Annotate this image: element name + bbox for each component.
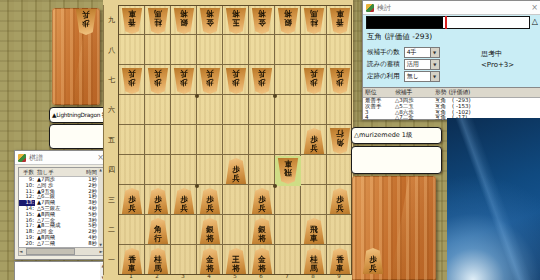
board-square[interactable]: 金将 <box>197 6 223 36</box>
gote-name-plate: △murizemede 1級 <box>351 127 442 144</box>
board-square[interactable] <box>275 216 301 246</box>
app-icon <box>366 4 374 12</box>
evaluation-text: 互角 (評価値 -293) <box>367 32 432 42</box>
file-labels: 123456789 <box>118 272 352 280</box>
evaluation-bar-fill <box>367 17 443 28</box>
file-label: 6 <box>248 272 274 280</box>
shogi-piece[interactable]: 角行 <box>329 128 351 154</box>
shogi-piece[interactable]: 桂馬 <box>303 248 325 274</box>
board-square[interactable]: 歩兵 <box>301 66 327 96</box>
shogi-piece[interactable]: 桂馬 <box>147 8 169 34</box>
board-square[interactable] <box>249 96 275 126</box>
move-text: △7二飛 <box>35 241 81 247</box>
candidate-rank: 4 <box>363 115 395 121</box>
shogi-piece[interactable]: 歩兵 <box>251 68 273 94</box>
evaluation-bar-tick <box>445 16 447 29</box>
col-rank: 順位 <box>363 88 395 97</box>
file-label: 2 <box>144 272 170 280</box>
file-label: 8 <box>300 272 326 280</box>
board-square[interactable]: 歩兵 <box>301 126 327 156</box>
scroll-left-icon[interactable]: ◄ <box>19 249 22 254</box>
shogi-piece[interactable]: 銀将 <box>251 218 273 244</box>
board-square[interactable] <box>119 36 145 66</box>
shogi-piece[interactable]: 金将 <box>251 248 273 274</box>
board-square[interactable] <box>249 156 275 186</box>
dropdown-value: 4手 <box>405 48 430 57</box>
board-square[interactable] <box>197 126 223 156</box>
board-square[interactable] <box>119 96 145 126</box>
rank-label: 八 <box>104 35 119 65</box>
shogi-piece[interactable]: 歩兵 <box>121 188 143 214</box>
board-square[interactable]: 銀将 <box>249 216 275 246</box>
rank-label: 七 <box>104 65 119 95</box>
col-move: 指し手 <box>35 168 81 176</box>
shogi-piece[interactable]: 歩兵 <box>147 68 169 94</box>
board-square[interactable] <box>249 126 275 156</box>
board-square[interactable]: 歩兵 <box>223 156 249 186</box>
board-square[interactable]: 歩兵 <box>145 66 171 96</box>
board-square[interactable] <box>223 216 249 246</box>
file-label: 9 <box>326 272 352 280</box>
board-square[interactable]: 歩兵 <box>249 66 275 96</box>
dropdown-value: 無し <box>405 72 430 81</box>
board-square[interactable] <box>301 186 327 216</box>
board-square[interactable]: 歩兵 <box>119 66 145 96</box>
gote-hand-piece[interactable]: 歩兵 <box>362 248 384 274</box>
board-square[interactable]: 歩兵 <box>223 66 249 96</box>
kifu-comment-box[interactable]: ▲ ▼ <box>14 261 108 280</box>
board-square[interactable] <box>145 156 171 186</box>
screenshot-root: { "game": "shogi", "position": { "sfen":… <box>0 0 540 280</box>
board-square[interactable]: 角行 <box>145 216 171 246</box>
board-square[interactable]: 歩兵 <box>171 186 197 216</box>
shogi-piece[interactable]: 角行 <box>147 218 169 244</box>
shogi-piece[interactable]: 銀将 <box>199 218 221 244</box>
shogi-piece[interactable]: 飛車 <box>277 158 299 184</box>
candidate-move: △7二金 <box>395 115 435 121</box>
shogi-piece[interactable]: 金将 <box>199 248 221 274</box>
board-square[interactable] <box>145 96 171 126</box>
sente-info-box <box>49 124 111 149</box>
shogi-piece[interactable]: 歩兵 <box>173 188 195 214</box>
read-accumulation-dropdown[interactable]: 活用 ▼ <box>404 59 440 70</box>
shogi-piece[interactable]: 歩兵 <box>225 158 247 184</box>
shogi-piece[interactable]: 歩兵 <box>121 68 143 94</box>
board-square[interactable]: 桂馬 <box>145 6 171 36</box>
rank-label: 二 <box>104 215 119 245</box>
board-square[interactable] <box>119 156 145 186</box>
board-square[interactable] <box>301 156 327 186</box>
board-square[interactable]: 玉将 <box>223 6 249 36</box>
shogi-piece[interactable]: 歩兵 <box>329 68 351 94</box>
shogi-piece[interactable]: 香車 <box>329 248 351 274</box>
shogi-piece[interactable]: 金将 <box>199 8 221 34</box>
file-label: 5 <box>222 272 248 280</box>
board-square[interactable] <box>197 156 223 186</box>
board-square[interactable]: 歩兵 <box>327 66 353 96</box>
shogi-piece[interactable]: 歩兵 <box>329 188 351 214</box>
board-square[interactable] <box>301 36 327 66</box>
move-list[interactable]: 手数 指し手 時間 9:▲7四歩1秒10:△同 歩2秒11:▲9五角2秒12:△… <box>18 167 104 248</box>
kifu-window: 棋譜 × 手数 指し手 時間 9:▲7四歩1秒10:△同 歩2秒11:▲9五角2… <box>14 150 108 260</box>
shogi-piece[interactable]: 銀将 <box>173 8 195 34</box>
shogi-piece[interactable]: 歩兵 <box>251 188 273 214</box>
move-number: 20: <box>19 241 35 247</box>
board-square[interactable]: 歩兵 <box>197 186 223 216</box>
sente-hand-piece[interactable]: 歩兵 <box>75 9 97 35</box>
board-square[interactable] <box>171 156 197 186</box>
board-square[interactable] <box>119 126 145 156</box>
hscroll-thumb[interactable] <box>26 248 74 255</box>
board-square[interactable] <box>197 36 223 66</box>
board-square[interactable]: 歩兵 <box>197 66 223 96</box>
board-square[interactable] <box>275 66 301 96</box>
board-square[interactable] <box>171 216 197 246</box>
board-square[interactable] <box>171 96 197 126</box>
app-icon <box>18 154 26 162</box>
candidate-moves-list[interactable]: 順位 候補手 形勢 (評価値) 最善手△3四歩互角( -293)次善手△5二玉互… <box>363 87 540 119</box>
setting-label-joseki: 定跡の利用 <box>367 72 400 81</box>
shogi-piece[interactable]: 王将 <box>225 248 247 274</box>
engine-level: <Pro+3> <box>481 61 514 69</box>
board-square[interactable]: 飛車 <box>275 156 301 186</box>
board-square[interactable] <box>327 96 353 126</box>
gote-hand-tray: 歩兵 <box>352 176 436 280</box>
close-icon[interactable]: × <box>531 4 538 12</box>
joseki-use-dropdown[interactable]: 無し ▼ <box>404 71 440 82</box>
board-square[interactable] <box>223 36 249 66</box>
shogi-piece[interactable]: 香車 <box>329 8 351 34</box>
shogi-piece[interactable]: 香車 <box>121 8 143 34</box>
chevron-down-icon[interactable]: ▼ <box>430 72 439 81</box>
shogi-piece[interactable]: 歩兵 <box>199 68 221 94</box>
board-square[interactable]: 金将 <box>249 6 275 36</box>
board-square[interactable]: 歩兵 <box>119 186 145 216</box>
board-square[interactable] <box>327 36 353 66</box>
board-square[interactable] <box>197 96 223 126</box>
board-square[interactable]: 香車 <box>119 6 145 36</box>
shogi-board-area: 九八七六五四三二一 香車桂馬銀将金将玉将金将銀将桂馬香車歩兵歩兵歩兵歩兵歩兵歩兵… <box>103 0 353 280</box>
setting-label-memory: 読みの蓄積 <box>367 60 400 69</box>
thinking-status: 思考中 <box>481 49 502 59</box>
sente-name-plate: ▲LightningDragon 初段 <box>49 107 111 123</box>
move-list-hscrollbar[interactable]: ◄ ► <box>18 247 104 256</box>
shogi-piece[interactable]: 飛車 <box>303 218 325 244</box>
board-square[interactable]: 飛車 <box>301 216 327 246</box>
shogi-piece[interactable]: 歩兵 <box>173 68 195 94</box>
file-label: 3 <box>170 272 196 280</box>
shogi-board[interactable]: 香車桂馬銀将金将玉将金将銀将桂馬香車歩兵歩兵歩兵歩兵歩兵歩兵歩兵歩兵歩兵角行歩兵… <box>118 5 352 275</box>
board-square[interactable] <box>275 96 301 126</box>
rank-label: 九 <box>104 5 119 35</box>
shogi-piece[interactable]: 歩兵 <box>303 128 325 154</box>
kifu-window-title: 棋譜 <box>29 153 94 163</box>
file-label: 1 <box>118 272 144 280</box>
kifu-titlebar[interactable]: 棋譜 × <box>15 151 107 165</box>
col-movenum: 手数 <box>19 168 35 176</box>
windows-desktop-wallpaper[interactable] <box>447 118 540 280</box>
shogi-piece[interactable]: 歩兵 <box>147 188 169 214</box>
move-list-row[interactable]: 20:△7二飛8秒 <box>19 241 103 247</box>
col-candidate: 候補手 <box>395 88 435 97</box>
rank-label: 六 <box>104 95 119 125</box>
shogi-piece[interactable]: 玉将 <box>225 8 247 34</box>
shogi-piece[interactable]: 歩兵 <box>199 188 221 214</box>
col-eval: 形勢 (評価値) <box>435 88 540 97</box>
shogi-piece[interactable]: 銀将 <box>277 8 299 34</box>
shogi-piece[interactable]: 歩兵 <box>225 68 247 94</box>
board-square[interactable] <box>275 36 301 66</box>
board-square[interactable] <box>223 126 249 156</box>
board-square[interactable] <box>275 126 301 156</box>
analysis-window: 検討 × △ 互角 (評価値 -293) 候補手の数 4手 ▼ 思考中 読みの蓄… <box>362 0 540 120</box>
rank-labels: 九八七六五四三二一 <box>103 5 119 275</box>
board-square[interactable]: 銀将 <box>171 6 197 36</box>
scroll-up-icon[interactable]: ▲ <box>99 168 102 172</box>
analysis-window-title: 検討 <box>377 3 528 13</box>
sente-hand-tray: 歩兵 <box>52 8 100 105</box>
shogi-piece[interactable]: 金将 <box>251 8 273 34</box>
board-square[interactable]: 銀将 <box>275 6 301 36</box>
gote-info-box <box>351 146 442 174</box>
gote-marker: △ <box>532 17 538 27</box>
shogi-piece[interactable]: 香車 <box>121 248 143 274</box>
chevron-down-icon[interactable]: ▼ <box>430 48 439 57</box>
board-square[interactable] <box>327 216 353 246</box>
board-square[interactable]: 角行 <box>327 126 353 156</box>
rank-label: 五 <box>104 125 119 155</box>
board-square[interactable] <box>301 96 327 126</box>
gote-name-text: △murizemede 1級 <box>354 131 413 140</box>
board-square[interactable] <box>119 216 145 246</box>
board-square[interactable] <box>249 36 275 66</box>
board-square[interactable] <box>171 126 197 156</box>
evaluation-bar <box>366 16 530 29</box>
rank-label: 三 <box>104 185 119 215</box>
shogi-piece[interactable]: 桂馬 <box>147 248 169 274</box>
board-square[interactable] <box>275 186 301 216</box>
file-label: 7 <box>274 272 300 280</box>
board-square[interactable] <box>327 156 353 186</box>
board-square[interactable] <box>223 186 249 216</box>
board-square[interactable]: 香車 <box>327 6 353 36</box>
board-square[interactable]: 歩兵 <box>249 186 275 216</box>
board-square[interactable] <box>145 36 171 66</box>
board-square[interactable]: 桂馬 <box>301 6 327 36</box>
candidates-count-dropdown[interactable]: 4手 ▼ <box>404 47 440 58</box>
analysis-titlebar[interactable]: 検討 × <box>363 1 540 15</box>
rank-label: 一 <box>104 245 119 275</box>
board-square[interactable]: 歩兵 <box>145 186 171 216</box>
shogi-piece[interactable]: 桂馬 <box>303 8 325 34</box>
dropdown-value: 活用 <box>405 60 430 69</box>
board-square[interactable] <box>145 126 171 156</box>
setting-label-candidates: 候補手の数 <box>367 48 400 57</box>
chevron-down-icon[interactable]: ▼ <box>430 60 439 69</box>
board-square[interactable]: 歩兵 <box>327 186 353 216</box>
file-label: 4 <box>196 272 222 280</box>
board-square[interactable] <box>171 36 197 66</box>
board-square[interactable] <box>223 96 249 126</box>
board-square[interactable]: 歩兵 <box>171 66 197 96</box>
rank-label: 四 <box>104 155 119 185</box>
shogi-piece[interactable]: 歩兵 <box>303 68 325 94</box>
board-square[interactable]: 銀将 <box>197 216 223 246</box>
